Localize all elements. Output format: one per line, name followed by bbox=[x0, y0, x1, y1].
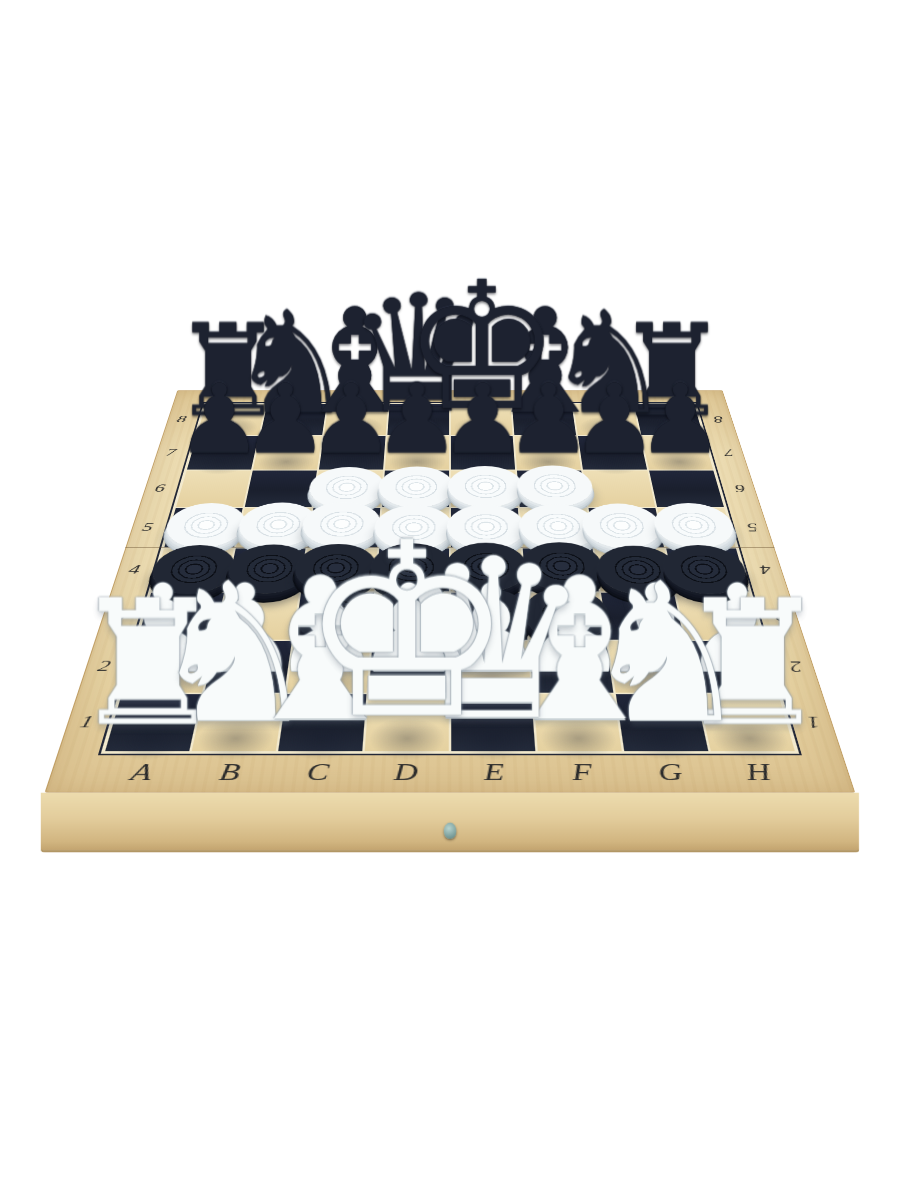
clasp-pin-icon bbox=[444, 822, 456, 838]
black-pawn-glyph: ♟ bbox=[637, 371, 724, 468]
chess-board: ABCDEFGH8877665544332211♜♞♝♛♚♝♞♜♟♟♟♟♟♟♟♟… bbox=[45, 390, 856, 793]
perspective-scene: ABCDEFGH8877665544332211♜♞♝♛♚♝♞♜♟♟♟♟♟♟♟♟… bbox=[0, 0, 900, 1200]
box-front-edge bbox=[41, 793, 859, 853]
product-photo-stage: ABCDEFGH8877665544332211♜♞♝♛♚♝♞♜♟♟♟♟♟♟♟♟… bbox=[0, 0, 900, 1200]
white-king-glyph: ♚ bbox=[299, 511, 514, 751]
